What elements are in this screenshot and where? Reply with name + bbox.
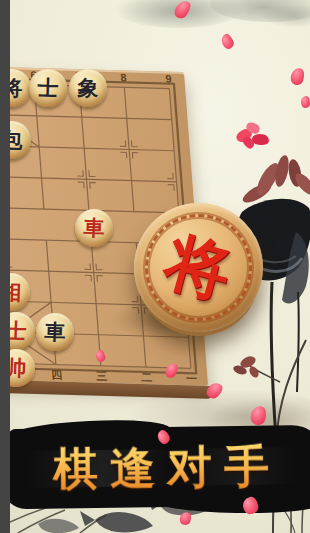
petal (301, 96, 310, 108)
piece-character: 将 (10, 77, 23, 99)
petal (178, 511, 192, 527)
piece-character: 包 (10, 129, 23, 151)
piece-character: 象 (77, 77, 99, 99)
piece-character: 士 (37, 77, 59, 99)
banner-title: 棋逢对手 (10, 425, 310, 509)
pink-blossom (234, 122, 272, 154)
petal (289, 67, 306, 87)
piece-character: 帅 (10, 357, 27, 379)
splash-screen: 123456789 九八七六五四三二一 将士象包車相士車帅 (10, 0, 310, 533)
piece-character: 車 (83, 217, 105, 239)
piece-character: 相 (10, 281, 22, 303)
ink-wash-top (114, 0, 244, 28)
piece-character: 士 (10, 320, 27, 342)
ink-wash-top (210, 0, 310, 22)
petal (172, 0, 194, 21)
petal (219, 32, 235, 50)
ink-grass (10, 506, 106, 533)
hero-piece-general: 将 (134, 203, 263, 332)
ink-wash-top (262, 4, 310, 28)
petal (249, 405, 268, 427)
piece-character: 車 (44, 321, 66, 343)
title-banner: 棋逢对手 (10, 425, 310, 509)
branch-blossom (232, 354, 260, 379)
